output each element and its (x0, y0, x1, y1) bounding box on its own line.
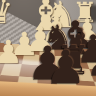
black-pawn-piece: ♟ (45, 44, 86, 90)
white-queen-piece: ♛ (0, 0, 13, 28)
pieces-layer: ♛♜♞♝♟♟♟♟♟♟♞♝♟♟♜♟♟ (0, 0, 96, 96)
chess-photo-scene: ♛♜♞♝♟♟♟♟♟♟♞♝♟♟♜♟♟ (0, 0, 96, 96)
